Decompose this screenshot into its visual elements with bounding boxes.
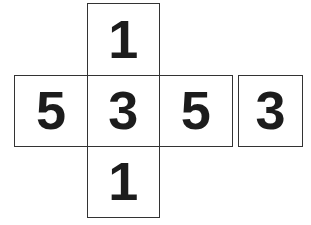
net-cell-middle-1-value: 5 [36, 83, 66, 137]
net-cell-top: 1 [87, 3, 161, 77]
net-cell-middle-1: 5 [14, 75, 88, 147]
net-cell-middle-3-value: 5 [181, 83, 211, 137]
net-cell-top-value: 1 [108, 12, 138, 66]
net-cell-middle-4-value: 3 [255, 83, 285, 137]
net-cell-middle-2: 3 [87, 75, 161, 147]
net-cell-bottom: 1 [87, 146, 161, 219]
net-cell-middle-3: 5 [159, 75, 234, 147]
net-cell-middle-4-detached: 3 [238, 75, 303, 147]
net-cell-middle-2-value: 3 [108, 83, 138, 137]
net-cell-bottom-value: 1 [108, 154, 138, 208]
cube-net-board: 1 5 3 5 3 1 [0, 0, 311, 225]
